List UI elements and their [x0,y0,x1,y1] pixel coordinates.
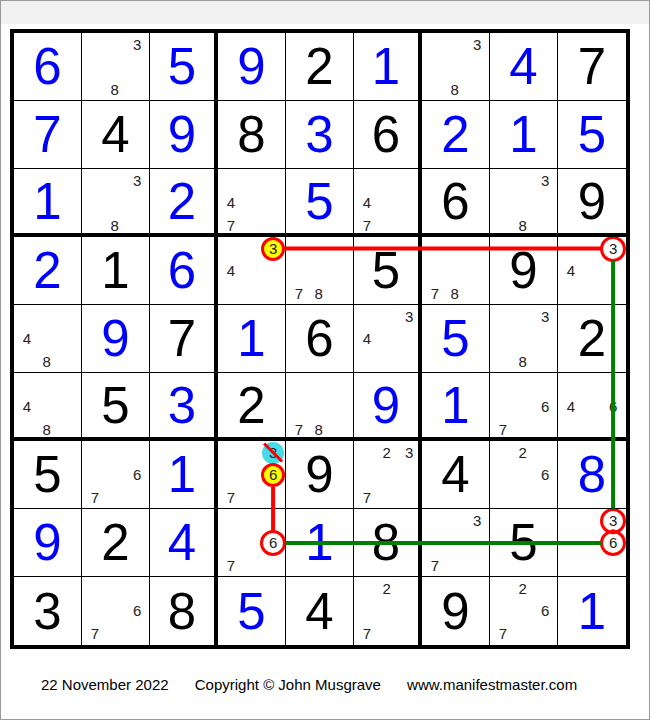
cell-r5c4[interactable]: 1 [218,305,286,373]
pencil-mark: 8 [314,286,322,301]
cell-r6c9[interactable]: 46 [558,373,626,441]
digit: 3 [286,101,353,168]
footer: 22 November 2022 Copyright © John Musgra… [41,676,599,693]
cell-r4c5[interactable]: 78 [286,237,354,305]
cell-r9c7[interactable]: 9 [422,577,490,645]
cell-r2c3[interactable]: 9 [150,101,218,169]
cell-r5c3[interactable]: 7 [150,305,218,373]
cell-r2c1[interactable]: 7 [14,101,82,169]
pencil-mark: 7 [363,490,371,505]
digit: 2 [422,101,489,168]
cell-r1c4[interactable]: 9 [218,33,286,101]
cell-r9c6[interactable]: 27 [354,577,422,645]
cell-r4c4[interactable]: 34 [218,237,286,305]
pencil-mark: 4 [23,399,31,414]
cell-r8c2[interactable]: 2 [82,509,150,577]
cell-r9c4[interactable]: 5 [218,577,286,645]
digit: 8 [354,509,418,576]
pencil-mark: 7 [295,422,303,437]
cell-r2c8[interactable]: 1 [490,101,558,169]
digit: 4 [82,101,149,168]
cell-r4c2[interactable]: 1 [82,237,150,305]
pencil-mark: 8 [42,354,50,369]
pencil-mark: 7 [431,558,439,573]
pencil-mark: 6 [541,399,549,414]
pencil-mark: 7 [227,558,235,573]
cell-r7c9[interactable]: 8 [558,441,626,509]
digit: 9 [82,305,149,372]
cell-r5c7[interactable]: 5 [422,305,490,373]
digit: 1 [422,373,489,437]
digit: 3 [150,373,214,437]
cell-r9c9[interactable]: 1 [558,577,626,645]
footer-date: 22 November 2022 [41,676,169,693]
pencil-mark: 6 [609,399,617,414]
cell-r1c8[interactable]: 4 [490,33,558,101]
sudoku-grid: 6385921384774983621513824754763892163478… [14,33,626,645]
pencil-mark: 7 [499,422,507,437]
digit: 9 [218,33,285,100]
digit: 1 [490,101,557,168]
pencil-mark: 4 [227,263,235,278]
digit: 5 [422,305,489,372]
digit: 5 [218,577,285,645]
digit: 2 [82,509,149,576]
pencil-mark: 8 [518,354,526,369]
pencil-mark: 3 [609,241,617,256]
digit: 9 [150,101,214,168]
digit: 4 [490,33,557,100]
digit: 1 [82,237,149,304]
digit: 5 [14,441,81,508]
digit: 2 [14,237,81,304]
pencil-mark: 8 [450,82,458,97]
pencil-mark: 4 [567,263,575,278]
digit: 1 [14,169,81,233]
pencil-mark: 8 [110,82,118,97]
pencil-mark: 4 [23,331,31,346]
pencil-mark: 3 [405,309,413,324]
cell-r6c6[interactable]: 9 [354,373,422,441]
cell-r8c3[interactable]: 4 [150,509,218,577]
cell-r1c5[interactable]: 2 [286,33,354,101]
cell-r4c1[interactable]: 2 [14,237,82,305]
digit: 4 [422,441,489,508]
cell-r4c7[interactable]: 78 [422,237,490,305]
digit: 7 [558,33,626,100]
cell-r8c4[interactable]: 67 [218,509,286,577]
pencil-mark: 7 [295,286,303,301]
cell-r5c8[interactable]: 38 [490,305,558,373]
cell-r3c7[interactable]: 6 [422,169,490,237]
pencil-mark: 8 [450,286,458,301]
cell-r3c1[interactable]: 1 [14,169,82,237]
pencil-mark: 4 [567,399,575,414]
cell-r3c8[interactable]: 38 [490,169,558,237]
cell-r6c8[interactable]: 67 [490,373,558,441]
cell-r7c5[interactable]: 9 [286,441,354,509]
cell-r7c8[interactable]: 26 [490,441,558,509]
window-titlebar [1,1,649,24]
pencil-mark: 3 [541,173,549,188]
pencil-mark: 2 [518,445,526,460]
cell-r9c2[interactable]: 67 [82,577,150,645]
cell-r2c4[interactable]: 8 [218,101,286,169]
pencil-mark: 6 [133,603,141,618]
cell-r2c7[interactable]: 2 [422,101,490,169]
digit: 9 [286,441,353,508]
digit: 7 [14,101,81,168]
digit: 5 [354,237,418,304]
cell-r4c3[interactable]: 6 [150,237,218,305]
footer-copyright: Copyright © John Musgrave [195,676,381,693]
digit: 5 [286,169,353,233]
pencil-mark: 6 [269,535,277,550]
cell-r6c3[interactable]: 3 [150,373,218,441]
footer-site: www.manifestmaster.com [407,676,577,693]
cell-r5c5[interactable]: 6 [286,305,354,373]
cell-r2c2[interactable]: 4 [82,101,150,169]
pencil-mark: 2 [382,581,390,596]
cell-r7c1[interactable]: 5 [14,441,82,509]
digit: 1 [218,305,285,372]
cell-r8c6[interactable]: 8 [354,509,422,577]
cell-r9c8[interactable]: 267 [490,577,558,645]
pencil-mark: 7 [363,626,371,641]
cell-r3c3[interactable]: 2 [150,169,218,237]
digit: 9 [558,169,626,233]
cell-r7c3[interactable]: 1 [150,441,218,509]
digit: 9 [354,373,418,437]
pencil-mark: 3 [609,513,617,528]
digit: 1 [354,33,418,100]
digit: 2 [286,33,353,100]
digit: 4 [150,509,214,576]
cell-r3c4[interactable]: 47 [218,169,286,237]
digit: 3 [14,577,81,645]
cell-r7c2[interactable]: 67 [82,441,150,509]
cell-r8c9[interactable]: 36 [558,509,626,577]
pencil-mark: 8 [42,422,50,437]
pencil-mark: 6 [541,603,549,618]
cell-r1c6[interactable]: 1 [354,33,422,101]
cell-r2c9[interactable]: 5 [558,101,626,169]
pencil-mark: 3 [473,513,481,528]
cell-r5c2[interactable]: 9 [82,305,150,373]
pencil-mark: 7 [227,218,235,233]
cell-r1c7[interactable]: 38 [422,33,490,101]
cell-r8c7[interactable]: 37 [422,509,490,577]
cell-r8c8[interactable]: 5 [490,509,558,577]
cell-r5c1[interactable]: 48 [14,305,82,373]
pencil-mark: 7 [91,490,99,505]
pencil-mark: 7 [91,626,99,641]
pencil-mark: 3 [473,37,481,52]
pencil-mark: 4 [227,195,235,210]
digit: 8 [150,577,214,645]
digit: 6 [422,169,489,233]
digit: 6 [150,237,214,304]
cell-r6c2[interactable]: 5 [82,373,150,441]
pencil-mark: 3 [405,445,413,460]
cell-r7c6[interactable]: 237 [354,441,422,509]
cell-r4c8[interactable]: 9 [490,237,558,305]
digit: 8 [558,441,626,508]
pencil-mark: 3 [133,37,141,52]
pencil-mark: 8 [110,218,118,233]
cell-r3c9[interactable]: 9 [558,169,626,237]
cell-r2c6[interactable]: 6 [354,101,422,169]
cell-r3c6[interactable]: 47 [354,169,422,237]
cell-r9c1[interactable]: 3 [14,577,82,645]
pencil-mark: 7 [431,286,439,301]
cell-r4c6[interactable]: 5 [354,237,422,305]
pencil-mark: 6 [541,467,549,482]
cell-r5c9[interactable]: 2 [558,305,626,373]
cell-r1c2[interactable]: 38 [82,33,150,101]
pencil-mark: 7 [363,218,371,233]
cell-r1c3[interactable]: 5 [150,33,218,101]
cell-r7c7[interactable]: 4 [422,441,490,509]
digit: 6 [354,101,418,168]
pencil-mark: 6 [133,467,141,482]
digit: 1 [558,577,626,645]
cell-r6c1[interactable]: 48 [14,373,82,441]
cell-r3c5[interactable]: 5 [286,169,354,237]
pencil-mark: 7 [499,626,507,641]
digit: 5 [558,101,626,168]
digit: 9 [490,237,557,304]
digit: 5 [150,33,214,100]
cell-r6c4[interactable]: 2 [218,373,286,441]
cell-r3c2[interactable]: 38 [82,169,150,237]
cell-r4c9[interactable]: 34 [558,237,626,305]
pencil-mark: 8 [314,422,322,437]
pencil-mark: 3 [269,445,277,460]
pencil-mark: 3 [269,241,277,256]
digit: 8 [218,101,285,168]
cell-r2c5[interactable]: 3 [286,101,354,169]
digit: 6 [286,305,353,372]
page: 6385921384774983621513824754763892163478… [0,0,650,720]
digit: 2 [218,373,285,437]
digit: 6 [14,33,81,100]
pencil-mark: 2 [382,445,390,460]
cell-r1c1[interactable]: 6 [14,33,82,101]
cell-r9c5[interactable]: 4 [286,577,354,645]
pencil-mark: 6 [269,467,277,482]
pencil-mark: 8 [518,218,526,233]
digit: 5 [82,373,149,437]
digit: 1 [150,441,214,508]
digit: 5 [490,509,557,576]
cell-r5c6[interactable]: 34 [354,305,422,373]
cell-r6c7[interactable]: 1 [422,373,490,441]
digit: 2 [150,169,214,233]
pencil-mark: 3 [133,173,141,188]
digit: 9 [422,577,489,645]
pencil-mark: 3 [541,309,549,324]
cell-r8c1[interactable]: 9 [14,509,82,577]
pencil-mark: 2 [518,581,526,596]
pencil-mark: 4 [363,195,371,210]
pencil-mark: 6 [609,535,617,550]
cell-r8c5[interactable]: 1 [286,509,354,577]
digit: 1 [286,509,353,576]
cell-r1c9[interactable]: 7 [558,33,626,101]
sudoku-board: 6385921384774983621513824754763892163478… [10,29,630,649]
digit: 9 [14,509,81,576]
cell-r7c4[interactable]: 367 [218,441,286,509]
cell-r6c5[interactable]: 78 [286,373,354,441]
digit: 7 [150,305,214,372]
digit: 4 [286,577,353,645]
digit: 2 [558,305,626,372]
pencil-mark: 7 [227,490,235,505]
pencil-mark: 4 [363,331,371,346]
cell-r9c3[interactable]: 8 [150,577,218,645]
